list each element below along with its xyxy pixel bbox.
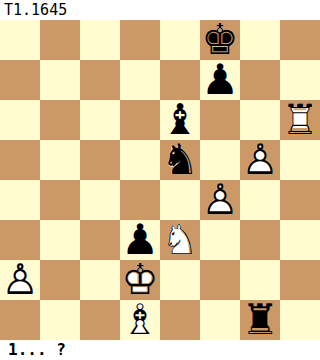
- square-g1[interactable]: ♖♜: [240, 300, 280, 340]
- square-h4[interactable]: [280, 180, 320, 220]
- piece-black-knight[interactable]: ♘♞: [160, 140, 200, 180]
- square-c3[interactable]: [80, 220, 120, 260]
- square-e2[interactable]: [160, 260, 200, 300]
- square-h1[interactable]: [280, 300, 320, 340]
- square-a5[interactable]: [0, 140, 40, 180]
- piece-black-pawn[interactable]: ♙♟: [120, 220, 160, 260]
- square-c6[interactable]: [80, 100, 120, 140]
- square-b1[interactable]: [40, 300, 80, 340]
- piece-white-pawn[interactable]: ♟♙: [240, 140, 280, 180]
- square-c2[interactable]: [80, 260, 120, 300]
- square-a4[interactable]: [0, 180, 40, 220]
- square-e8[interactable]: [160, 20, 200, 60]
- square-e5[interactable]: ♘♞: [160, 140, 200, 180]
- square-e7[interactable]: [160, 60, 200, 100]
- square-c4[interactable]: [80, 180, 120, 220]
- piece-black-pawn[interactable]: ♙♟: [200, 60, 240, 100]
- square-e4[interactable]: [160, 180, 200, 220]
- square-b3[interactable]: [40, 220, 80, 260]
- square-f8[interactable]: ♔♚: [200, 20, 240, 60]
- square-a3[interactable]: [0, 220, 40, 260]
- square-a2[interactable]: ♟♙: [0, 260, 40, 300]
- square-c7[interactable]: [80, 60, 120, 100]
- square-c8[interactable]: [80, 20, 120, 60]
- square-h7[interactable]: [280, 60, 320, 100]
- square-b6[interactable]: [40, 100, 80, 140]
- piece-white-knight[interactable]: ♞♘: [160, 220, 200, 260]
- square-c5[interactable]: [80, 140, 120, 180]
- square-a8[interactable]: [0, 20, 40, 60]
- square-b4[interactable]: [40, 180, 80, 220]
- square-g5[interactable]: ♟♙: [240, 140, 280, 180]
- square-d3[interactable]: ♙♟: [120, 220, 160, 260]
- square-d1[interactable]: ♝♗: [120, 300, 160, 340]
- piece-black-king[interactable]: ♔♚: [200, 20, 240, 60]
- square-d8[interactable]: [120, 20, 160, 60]
- square-d4[interactable]: [120, 180, 160, 220]
- square-f1[interactable]: [200, 300, 240, 340]
- square-f3[interactable]: [200, 220, 240, 260]
- square-h2[interactable]: [280, 260, 320, 300]
- square-d6[interactable]: [120, 100, 160, 140]
- square-g8[interactable]: [240, 20, 280, 60]
- piece-white-bishop[interactable]: ♝♗: [120, 300, 160, 340]
- square-b8[interactable]: [40, 20, 80, 60]
- puzzle-id-title: T1.1645: [0, 0, 320, 20]
- piece-white-rook[interactable]: ♜♖: [280, 100, 320, 140]
- square-e3[interactable]: ♞♘: [160, 220, 200, 260]
- square-h8[interactable]: [280, 20, 320, 60]
- square-h3[interactable]: [280, 220, 320, 260]
- square-g4[interactable]: [240, 180, 280, 220]
- square-a1[interactable]: [0, 300, 40, 340]
- square-e6[interactable]: ♗♝: [160, 100, 200, 140]
- square-g7[interactable]: [240, 60, 280, 100]
- square-a6[interactable]: [0, 100, 40, 140]
- square-c1[interactable]: [80, 300, 120, 340]
- piece-black-rook[interactable]: ♖♜: [240, 300, 280, 340]
- square-f4[interactable]: ♟♙: [200, 180, 240, 220]
- square-h5[interactable]: [280, 140, 320, 180]
- square-g2[interactable]: [240, 260, 280, 300]
- square-h6[interactable]: ♜♖: [280, 100, 320, 140]
- square-a7[interactable]: [0, 60, 40, 100]
- square-f2[interactable]: [200, 260, 240, 300]
- piece-white-pawn[interactable]: ♟♙: [0, 260, 40, 300]
- square-e1[interactable]: [160, 300, 200, 340]
- square-f6[interactable]: [200, 100, 240, 140]
- square-f5[interactable]: [200, 140, 240, 180]
- square-g6[interactable]: [240, 100, 280, 140]
- square-d5[interactable]: [120, 140, 160, 180]
- piece-white-pawn[interactable]: ♟♙: [200, 180, 240, 220]
- square-b7[interactable]: [40, 60, 80, 100]
- square-g3[interactable]: [240, 220, 280, 260]
- piece-black-bishop[interactable]: ♗♝: [160, 100, 200, 140]
- square-d7[interactable]: [120, 60, 160, 100]
- piece-white-king[interactable]: ♚♔: [120, 260, 160, 300]
- square-b5[interactable]: [40, 140, 80, 180]
- chess-board: ♔♚♙♟♗♝♜♖♘♞♟♙♟♙♙♟♞♘♟♙♚♔♝♗♖♜: [0, 20, 320, 340]
- square-d2[interactable]: ♚♔: [120, 260, 160, 300]
- square-f7[interactable]: ♙♟: [200, 60, 240, 100]
- square-b2[interactable]: [40, 260, 80, 300]
